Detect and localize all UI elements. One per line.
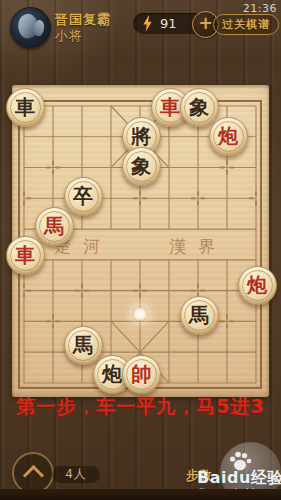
bottom-strip: [0, 489, 281, 500]
players-count-badge: 4人: [52, 466, 100, 483]
hint-text: 第一步，车一平九，马5进3: [0, 394, 281, 420]
piece-red-炮[interactable]: 炮: [209, 117, 248, 156]
collapse-button[interactable]: [12, 452, 54, 494]
piece-red-帥[interactable]: 帥: [122, 355, 161, 394]
piece-black-車[interactable]: 車: [6, 88, 45, 127]
piece-black-馬[interactable]: 馬: [180, 296, 219, 335]
piece-black-象[interactable]: 象: [122, 147, 161, 186]
piece-red-車[interactable]: 車: [6, 236, 45, 275]
chevron-up-icon: [23, 465, 44, 486]
pieces-layer: 車車象將炮象卒馬車炮馬馬炮帥: [0, 0, 281, 500]
watermark-brand: Baidu经验: [197, 468, 281, 489]
piece-red-炮[interactable]: 炮: [238, 266, 277, 305]
app-screen: 21:36 晋国复霸 小将 91 + 过关棋谱 楚河 漢界 車車象將炮象卒馬車炮…: [0, 0, 281, 500]
